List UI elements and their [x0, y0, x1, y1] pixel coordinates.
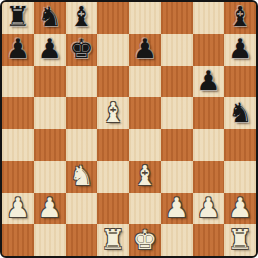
square-f1[interactable]: [161, 224, 193, 256]
black-knight: ♞: [38, 3, 62, 30]
square-f2[interactable]: ♟: [161, 193, 193, 225]
square-b5[interactable]: [34, 97, 66, 129]
black-pawn: ♟: [133, 35, 157, 62]
black-bishop: ♝: [228, 3, 252, 30]
board-grid: ♜♞♝♝♟♟♚♟♟♟♝♞♞♝♟♟♟♟♟♜♚♜: [2, 2, 256, 256]
square-f5[interactable]: [161, 97, 193, 129]
square-a7[interactable]: ♟: [2, 34, 34, 66]
square-c3[interactable]: ♞: [66, 161, 98, 193]
black-pawn: ♟: [228, 35, 252, 62]
chess-board: ♜♞♝♝♟♟♚♟♟♟♝♞♞♝♟♟♟♟♟♜♚♜: [0, 0, 258, 258]
square-f7[interactable]: [161, 34, 193, 66]
square-a1[interactable]: [2, 224, 34, 256]
square-d3[interactable]: [97, 161, 129, 193]
black-rook: ♜: [6, 3, 30, 30]
square-b8[interactable]: ♞: [34, 2, 66, 34]
square-e3[interactable]: ♝: [129, 161, 161, 193]
square-g8[interactable]: [193, 2, 225, 34]
square-g3[interactable]: [193, 161, 225, 193]
square-c4[interactable]: [66, 129, 98, 161]
square-c1[interactable]: [66, 224, 98, 256]
square-b7[interactable]: ♟: [34, 34, 66, 66]
square-a4[interactable]: [2, 129, 34, 161]
square-e5[interactable]: [129, 97, 161, 129]
square-e6[interactable]: [129, 66, 161, 98]
square-b2[interactable]: ♟: [34, 193, 66, 225]
white-pawn: ♟: [165, 194, 189, 221]
square-b1[interactable]: [34, 224, 66, 256]
square-b3[interactable]: [34, 161, 66, 193]
square-d1[interactable]: ♜: [97, 224, 129, 256]
black-pawn: ♟: [6, 35, 30, 62]
square-c8[interactable]: ♝: [66, 2, 98, 34]
square-e8[interactable]: [129, 2, 161, 34]
square-h1[interactable]: ♜: [224, 224, 256, 256]
square-c5[interactable]: [66, 97, 98, 129]
square-h7[interactable]: ♟: [224, 34, 256, 66]
square-f8[interactable]: [161, 2, 193, 34]
white-king: ♚: [133, 226, 157, 253]
square-f6[interactable]: [161, 66, 193, 98]
black-knight: ♞: [228, 99, 252, 126]
white-pawn: ♟: [196, 194, 220, 221]
white-rook: ♜: [101, 226, 125, 253]
white-pawn: ♟: [228, 194, 252, 221]
square-a8[interactable]: ♜: [2, 2, 34, 34]
square-b6[interactable]: [34, 66, 66, 98]
black-bishop: ♝: [69, 3, 93, 30]
white-pawn: ♟: [6, 194, 30, 221]
square-d6[interactable]: [97, 66, 129, 98]
square-g6[interactable]: ♟: [193, 66, 225, 98]
square-h3[interactable]: [224, 161, 256, 193]
square-a5[interactable]: [2, 97, 34, 129]
square-g7[interactable]: [193, 34, 225, 66]
white-bishop: ♝: [101, 99, 125, 126]
square-e4[interactable]: [129, 129, 161, 161]
black-pawn: ♟: [38, 35, 62, 62]
square-d5[interactable]: ♝: [97, 97, 129, 129]
square-b4[interactable]: [34, 129, 66, 161]
black-king: ♚: [69, 35, 93, 62]
white-knight: ♞: [69, 162, 93, 189]
white-bishop: ♝: [133, 162, 157, 189]
square-h8[interactable]: ♝: [224, 2, 256, 34]
square-f4[interactable]: [161, 129, 193, 161]
square-e7[interactable]: ♟: [129, 34, 161, 66]
square-e1[interactable]: ♚: [129, 224, 161, 256]
square-h4[interactable]: [224, 129, 256, 161]
square-h5[interactable]: ♞: [224, 97, 256, 129]
square-d7[interactable]: [97, 34, 129, 66]
square-g2[interactable]: ♟: [193, 193, 225, 225]
square-d4[interactable]: [97, 129, 129, 161]
square-c2[interactable]: [66, 193, 98, 225]
white-rook: ♜: [228, 226, 252, 253]
black-pawn: ♟: [196, 67, 220, 94]
square-a2[interactable]: ♟: [2, 193, 34, 225]
square-e2[interactable]: [129, 193, 161, 225]
square-c7[interactable]: ♚: [66, 34, 98, 66]
square-g4[interactable]: [193, 129, 225, 161]
white-pawn: ♟: [38, 194, 62, 221]
square-f3[interactable]: [161, 161, 193, 193]
square-h6[interactable]: [224, 66, 256, 98]
square-a3[interactable]: [2, 161, 34, 193]
square-g5[interactable]: [193, 97, 225, 129]
square-g1[interactable]: [193, 224, 225, 256]
square-c6[interactable]: [66, 66, 98, 98]
square-h2[interactable]: ♟: [224, 193, 256, 225]
square-d2[interactable]: [97, 193, 129, 225]
square-a6[interactable]: [2, 66, 34, 98]
square-d8[interactable]: [97, 2, 129, 34]
